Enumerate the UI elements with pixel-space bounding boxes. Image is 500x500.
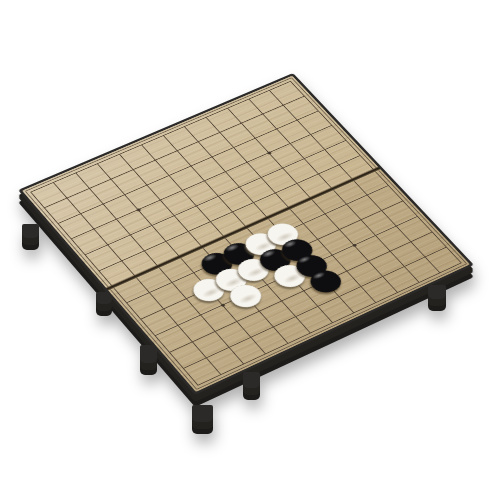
board-wrap: ●●●●●●●●●●●●● [0,0,500,500]
board-surface: ●●●●●●●●●●●●● [22,76,470,392]
board-foot [428,285,446,299]
board-foot [22,224,39,238]
photo-background: ●●●●●●●●●●●●● [0,0,500,500]
go-board: ●●●●●●●●●●●●● [18,73,474,395]
board-grid [30,81,462,386]
board-foot [192,405,213,422]
board-foot [243,372,260,388]
board-lattice [30,81,462,386]
